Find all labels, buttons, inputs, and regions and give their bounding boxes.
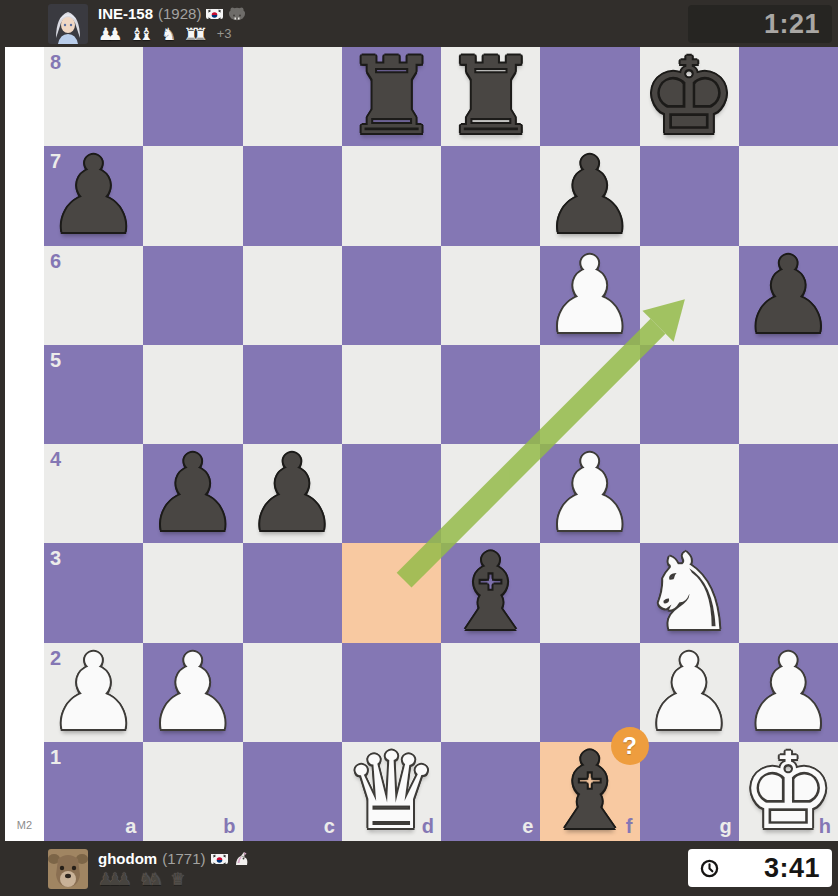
black-pawn-b4[interactable]: ♟ bbox=[143, 444, 242, 543]
square-c7[interactable] bbox=[243, 146, 342, 245]
square-a2[interactable]: 2♟ bbox=[44, 643, 143, 742]
unicorn-icon bbox=[233, 851, 251, 866]
file-label-a: a bbox=[125, 816, 136, 836]
hippo-icon bbox=[228, 6, 246, 21]
anime-avatar-image bbox=[48, 4, 88, 44]
square-g7[interactable] bbox=[640, 146, 739, 245]
square-d8[interactable]: ♜ bbox=[342, 47, 441, 146]
bottom-player-avatar[interactable] bbox=[48, 849, 88, 889]
square-d6[interactable] bbox=[342, 246, 441, 345]
square-b7[interactable] bbox=[143, 146, 242, 245]
white-pawn-f4[interactable]: ♟ bbox=[540, 444, 639, 543]
square-g6[interactable] bbox=[640, 246, 739, 345]
mistake-badge: ? bbox=[611, 727, 649, 765]
square-a1[interactable]: 1a bbox=[44, 742, 143, 841]
square-g2[interactable]: ♟ bbox=[640, 643, 739, 742]
square-f3[interactable] bbox=[540, 543, 639, 642]
material-advantage: +3 bbox=[217, 26, 232, 41]
square-a7[interactable]: 7♟ bbox=[44, 146, 143, 245]
top-clock-time: 1:21 bbox=[764, 9, 820, 40]
square-f8[interactable] bbox=[540, 47, 639, 146]
square-h7[interactable] bbox=[739, 146, 838, 245]
square-g5[interactable] bbox=[640, 345, 739, 444]
square-e5[interactable] bbox=[441, 345, 540, 444]
square-b6[interactable] bbox=[143, 246, 242, 345]
rank-label-4: 4 bbox=[50, 449, 61, 469]
square-h2[interactable]: ♟ bbox=[739, 643, 838, 742]
captured-piece-group: ♜♜ bbox=[183, 24, 207, 44]
square-h6[interactable]: ♟ bbox=[739, 246, 838, 345]
file-label-c: c bbox=[324, 816, 335, 836]
bottom-player-rating: (1771) bbox=[162, 850, 205, 867]
square-a4[interactable]: 4 bbox=[44, 444, 143, 543]
captured-piece-group: ♟♟♟ bbox=[98, 869, 132, 889]
square-e7[interactable] bbox=[441, 146, 540, 245]
square-f7[interactable]: ♟ bbox=[540, 146, 639, 245]
black-pawn-c4[interactable]: ♟ bbox=[243, 444, 342, 543]
square-e6[interactable] bbox=[441, 246, 540, 345]
black-rook-d8[interactable]: ♜ bbox=[342, 47, 441, 146]
square-d4[interactable] bbox=[342, 444, 441, 543]
file-label-b: b bbox=[223, 816, 235, 836]
square-e8[interactable]: ♜ bbox=[441, 47, 540, 146]
square-c2[interactable] bbox=[243, 643, 342, 742]
captured-piece-group: ♞ bbox=[161, 24, 176, 44]
white-pawn-b2[interactable]: ♟ bbox=[143, 643, 242, 742]
square-d2[interactable] bbox=[342, 643, 441, 742]
south-korea-flag-icon bbox=[211, 852, 228, 864]
square-b2[interactable]: ♟ bbox=[143, 643, 242, 742]
square-h3[interactable] bbox=[739, 543, 838, 642]
top-player-rating: (1928) bbox=[158, 5, 201, 22]
square-e1[interactable]: e bbox=[441, 742, 540, 841]
square-g4[interactable] bbox=[640, 444, 739, 543]
square-c3[interactable] bbox=[243, 543, 342, 642]
white-knight-g3[interactable]: ♞ bbox=[640, 543, 739, 642]
square-g8[interactable]: ♚ bbox=[640, 47, 739, 146]
square-h5[interactable] bbox=[739, 345, 838, 444]
square-e2[interactable] bbox=[441, 643, 540, 742]
clock-icon bbox=[700, 859, 719, 878]
chess-board[interactable]: 8♜♜♚7♟♟6♟♟54♟♟♟3♝♞2♟♟♟♟1abcd♛ef♝?gh♚ bbox=[44, 47, 838, 841]
black-bishop-e3[interactable]: ♝ bbox=[441, 543, 540, 642]
square-d1[interactable]: d♛ bbox=[342, 742, 441, 841]
square-b4[interactable]: ♟ bbox=[143, 444, 242, 543]
square-h1[interactable]: h♚ bbox=[739, 742, 838, 841]
black-king-g8[interactable]: ♚ bbox=[640, 47, 739, 146]
rank-label-3: 3 bbox=[50, 548, 61, 568]
captured-piece-group: ♟♟ bbox=[98, 24, 122, 44]
square-a5[interactable]: 5 bbox=[44, 345, 143, 444]
black-rook-e8[interactable]: ♜ bbox=[441, 47, 540, 146]
square-c1[interactable]: c bbox=[243, 742, 342, 841]
square-f4[interactable]: ♟ bbox=[540, 444, 639, 543]
black-pawn-a7[interactable]: ♟ bbox=[44, 146, 143, 245]
square-d3[interactable] bbox=[342, 543, 441, 642]
rank-label-8: 8 bbox=[50, 52, 61, 72]
square-c4[interactable]: ♟ bbox=[243, 444, 342, 543]
top-player-name[interactable]: INE-158 bbox=[98, 5, 153, 22]
square-g3[interactable]: ♞ bbox=[640, 543, 739, 642]
file-label-e: e bbox=[522, 816, 533, 836]
square-b5[interactable] bbox=[143, 345, 242, 444]
top-captured-pieces: ♟♟♝♝♞♜♜ +3 bbox=[98, 24, 246, 44]
square-h4[interactable] bbox=[739, 444, 838, 543]
rank-label-5: 5 bbox=[50, 350, 61, 370]
square-d5[interactable] bbox=[342, 345, 441, 444]
side-panel-strip: M2 bbox=[0, 47, 44, 841]
white-king-h1[interactable]: ♚ bbox=[739, 742, 838, 841]
square-f6[interactable]: ♟ bbox=[540, 246, 639, 345]
captured-piece-group: ♝♝ bbox=[129, 24, 153, 44]
bottom-player-name[interactable]: ghodom bbox=[98, 850, 157, 867]
white-queen-d1[interactable]: ♛ bbox=[342, 742, 441, 841]
square-b1[interactable]: b bbox=[143, 742, 242, 841]
side-panel-label: M2 bbox=[5, 819, 44, 831]
square-b8[interactable] bbox=[143, 47, 242, 146]
top-player-avatar[interactable] bbox=[48, 4, 88, 44]
square-h8[interactable] bbox=[739, 47, 838, 146]
square-a8[interactable]: 8 bbox=[44, 47, 143, 146]
white-pawn-h2[interactable]: ♟ bbox=[739, 643, 838, 742]
square-f1[interactable]: f♝? bbox=[540, 742, 639, 841]
square-b3[interactable] bbox=[143, 543, 242, 642]
bottom-player-clock: 3:41 bbox=[688, 849, 832, 887]
black-pawn-h6[interactable]: ♟ bbox=[739, 246, 838, 345]
square-a6[interactable]: 6 bbox=[44, 246, 143, 345]
square-a3[interactable]: 3 bbox=[44, 543, 143, 642]
file-label-g: g bbox=[720, 816, 732, 836]
captured-piece-group: ♞♞ bbox=[139, 869, 163, 889]
square-c6[interactable] bbox=[243, 246, 342, 345]
white-pawn-g2[interactable]: ♟ bbox=[640, 643, 739, 742]
deer-avatar-image bbox=[48, 849, 88, 889]
square-c8[interactable] bbox=[243, 47, 342, 146]
white-pawn-a2[interactable]: ♟ bbox=[44, 643, 143, 742]
bottom-clock-time: 3:41 bbox=[764, 853, 820, 884]
bottom-captured-pieces: ♟♟♟♞♞♛ bbox=[98, 869, 251, 889]
square-g1[interactable]: g bbox=[640, 742, 739, 841]
square-e4[interactable] bbox=[441, 444, 540, 543]
black-pawn-f7[interactable]: ♟ bbox=[540, 146, 639, 245]
square-d7[interactable] bbox=[342, 146, 441, 245]
square-c5[interactable] bbox=[243, 345, 342, 444]
south-korea-flag-icon bbox=[206, 7, 223, 19]
captured-piece-group: ♛ bbox=[170, 869, 185, 889]
square-e3[interactable]: ♝ bbox=[441, 543, 540, 642]
white-pawn-f6[interactable]: ♟ bbox=[540, 246, 639, 345]
square-f5[interactable] bbox=[540, 345, 639, 444]
